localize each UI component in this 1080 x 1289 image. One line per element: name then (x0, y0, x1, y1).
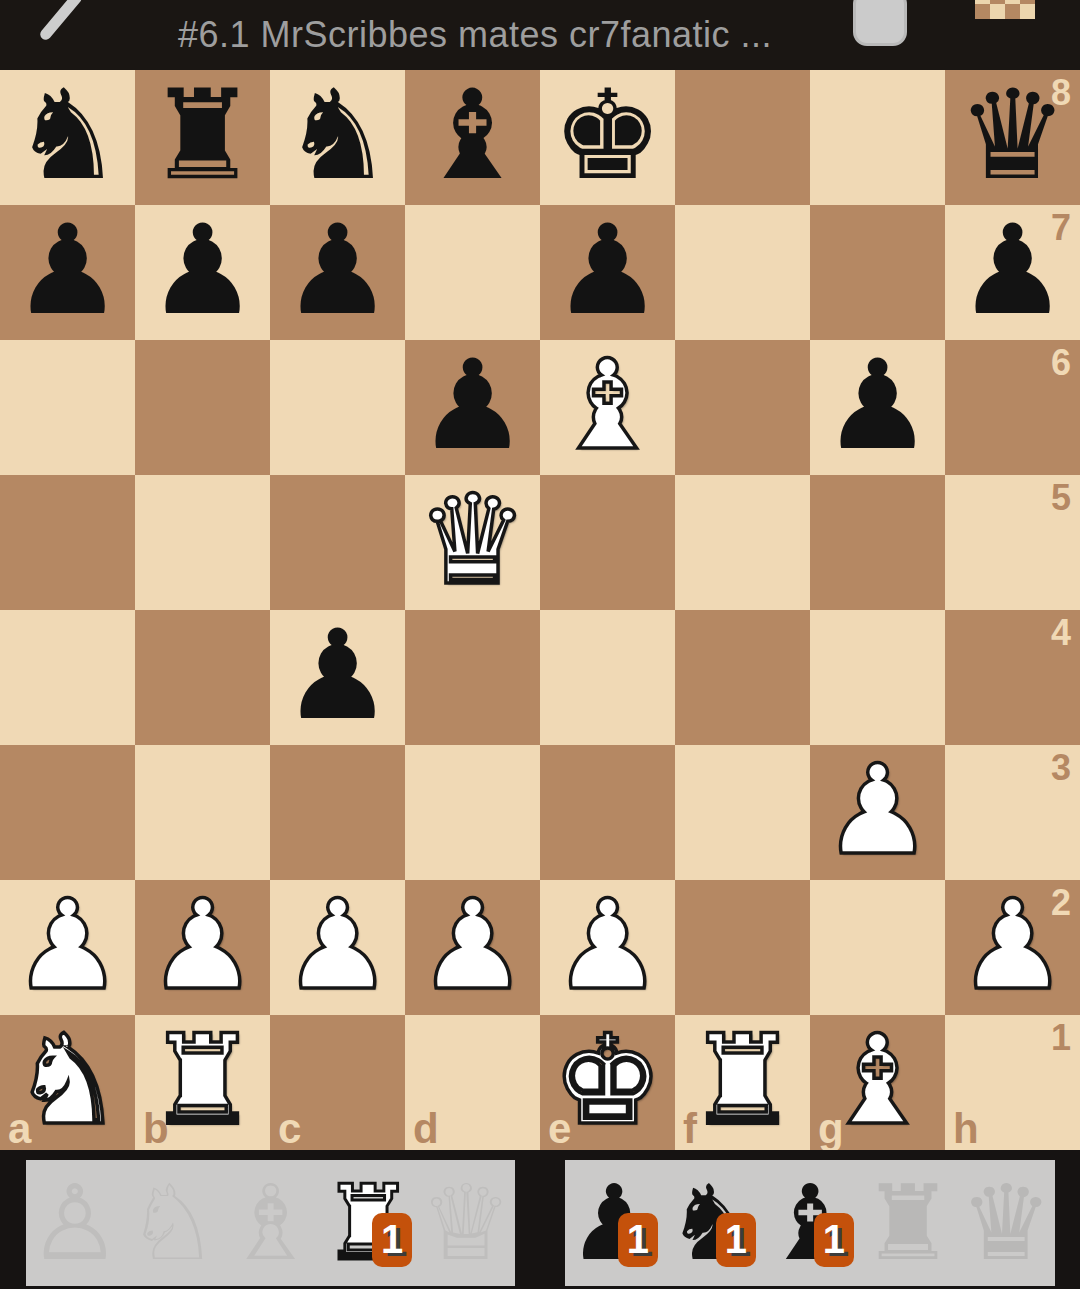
white-pawn-icon: ♙ (28, 1171, 121, 1275)
count-badge: 1 (372, 1213, 412, 1267)
square-a7[interactable]: ♟ (0, 205, 135, 340)
white-tray-knight: ♘ (124, 1160, 222, 1286)
rank-label-6: 6 (1051, 345, 1071, 381)
square-e1[interactable]: ♚e (540, 1015, 675, 1150)
white-tray-pawn: ♙ (26, 1160, 124, 1286)
square-h5[interactable]: 5 (945, 475, 1080, 610)
file-label-g: g (818, 1108, 844, 1150)
square-e3[interactable] (540, 745, 675, 880)
file-label-e: e (548, 1108, 571, 1150)
black-pawn-piece: ♟ (12, 208, 123, 332)
square-d1[interactable]: d (405, 1015, 540, 1150)
file-label-c: c (278, 1108, 301, 1150)
file-label-a: a (8, 1108, 31, 1150)
black-bishop-piece: ♝ (417, 73, 528, 197)
black-pawn-piece: ♟ (417, 343, 528, 467)
square-h8[interactable]: ♛8 (945, 70, 1080, 205)
rank-label-4: 4 (1051, 615, 1071, 651)
square-a4[interactable] (0, 610, 135, 745)
square-c7[interactable]: ♟ (270, 205, 405, 340)
white-bishop-piece: ♝ (552, 343, 663, 467)
white-capture-tray: ♙♘♗♜1♕ (26, 1160, 515, 1286)
white-knight-icon: ♘ (126, 1171, 219, 1275)
captured-pieces-bar: ♙♘♗♜1♕ ♟1♞1♝1♜♛ (0, 1150, 1080, 1289)
app-screen: #6.1 MrScribbes mates cr7fanatic ... ♞♜♞… (0, 0, 1080, 1289)
mini-board-icon[interactable] (975, 0, 1035, 19)
square-a1[interactable]: ♞a (0, 1015, 135, 1150)
square-d5[interactable]: ♛ (405, 475, 540, 610)
square-f4[interactable] (675, 610, 810, 745)
square-b4[interactable] (135, 610, 270, 745)
black-rook-piece: ♜ (147, 73, 258, 197)
file-label-h: h (953, 1108, 979, 1150)
white-bishop-icon: ♗ (224, 1171, 317, 1275)
square-c2[interactable]: ♟ (270, 880, 405, 1015)
square-a6[interactable] (0, 340, 135, 475)
square-h4[interactable]: 4 (945, 610, 1080, 745)
file-label-f: f (683, 1108, 697, 1150)
square-g8[interactable] (810, 70, 945, 205)
square-e4[interactable] (540, 610, 675, 745)
white-rook-piece: ♜ (687, 1018, 798, 1142)
square-e7[interactable]: ♟ (540, 205, 675, 340)
square-b7[interactable]: ♟ (135, 205, 270, 340)
square-f8[interactable] (675, 70, 810, 205)
square-d4[interactable] (405, 610, 540, 745)
square-g6[interactable]: ♟ (810, 340, 945, 475)
square-h3[interactable]: 3 (945, 745, 1080, 880)
square-g1[interactable]: ♝g (810, 1015, 945, 1150)
count-badge: 1 (716, 1213, 756, 1267)
black-king-piece: ♚ (552, 73, 663, 197)
black-pawn-piece: ♟ (282, 208, 393, 332)
rank-label-3: 3 (1051, 750, 1071, 786)
rank-label-1: 1 (1051, 1020, 1071, 1056)
white-queen-icon: ♕ (419, 1171, 512, 1275)
square-b2[interactable]: ♟ (135, 880, 270, 1015)
square-a5[interactable] (0, 475, 135, 610)
square-d8[interactable]: ♝ (405, 70, 540, 205)
square-e2[interactable]: ♟ (540, 880, 675, 1015)
count-badge: 1 (618, 1213, 658, 1267)
file-label-b: b (143, 1108, 169, 1150)
square-f6[interactable] (675, 340, 810, 475)
white-queen-piece: ♛ (417, 478, 528, 602)
black-tray-bishop: ♝1 (761, 1160, 859, 1286)
square-d6[interactable]: ♟ (405, 340, 540, 475)
square-c3[interactable] (270, 745, 405, 880)
header-bar: #6.1 MrScribbes mates cr7fanatic ... (0, 0, 1080, 70)
square-g5[interactable] (810, 475, 945, 610)
black-pawn-piece: ♟ (147, 208, 258, 332)
rank-label-7: 7 (1051, 210, 1071, 246)
rank-label-5: 5 (1051, 480, 1071, 516)
black-knight-piece: ♞ (12, 73, 123, 197)
square-c5[interactable] (270, 475, 405, 610)
square-b5[interactable] (135, 475, 270, 610)
square-c4[interactable]: ♟ (270, 610, 405, 745)
square-g2[interactable] (810, 880, 945, 1015)
rank-label-2: 2 (1051, 885, 1071, 921)
black-tray-knight: ♞1 (663, 1160, 761, 1286)
square-a3[interactable] (0, 745, 135, 880)
square-e5[interactable] (540, 475, 675, 610)
rounded-square-icon[interactable] (853, 0, 907, 46)
square-b6[interactable] (135, 340, 270, 475)
puzzle-title: #6.1 MrScribbes mates cr7fanatic ... (0, 0, 950, 70)
black-pawn-piece: ♟ (552, 208, 663, 332)
white-pawn-piece: ♟ (12, 883, 123, 1007)
square-b1[interactable]: ♜b (135, 1015, 270, 1150)
square-h7[interactable]: ♟7 (945, 205, 1080, 340)
square-g4[interactable] (810, 610, 945, 745)
file-label-d: d (413, 1108, 439, 1150)
white-pawn-piece: ♟ (822, 748, 933, 872)
square-e6[interactable]: ♝ (540, 340, 675, 475)
square-h1[interactable]: 1h (945, 1015, 1080, 1150)
square-a2[interactable]: ♟ (0, 880, 135, 1015)
black-pawn-piece: ♟ (822, 343, 933, 467)
white-pawn-piece: ♟ (417, 883, 528, 1007)
white-tray-bishop: ♗ (222, 1160, 320, 1286)
square-h6[interactable]: 6 (945, 340, 1080, 475)
square-g7[interactable] (810, 205, 945, 340)
square-f5[interactable] (675, 475, 810, 610)
count-badge: 1 (814, 1213, 854, 1267)
square-a8[interactable]: ♞ (0, 70, 135, 205)
square-c1[interactable]: c (270, 1015, 405, 1150)
square-f3[interactable] (675, 745, 810, 880)
rank-label-8: 8 (1051, 75, 1071, 111)
black-tray-queen: ♛ (957, 1160, 1055, 1286)
white-tray-rook: ♜1 (319, 1160, 417, 1286)
square-h2[interactable]: ♟2 (945, 880, 1080, 1015)
square-d3[interactable] (405, 745, 540, 880)
black-knight-piece: ♞ (282, 73, 393, 197)
square-d7[interactable] (405, 205, 540, 340)
black-tray-rook: ♜ (859, 1160, 957, 1286)
square-e8[interactable]: ♚ (540, 70, 675, 205)
square-b8[interactable]: ♜ (135, 70, 270, 205)
square-f7[interactable] (675, 205, 810, 340)
white-pawn-piece: ♟ (552, 883, 663, 1007)
chess-board: ♞♜♞♝♚♛8♟♟♟♟♟7♟♝♟6♛5♟4♟3♟♟♟♟♟♟2♞a♜bcd♚e♜f… (0, 70, 1080, 1150)
square-c8[interactable]: ♞ (270, 70, 405, 205)
white-pawn-piece: ♟ (147, 883, 258, 1007)
white-tray-queen: ♕ (417, 1160, 515, 1286)
square-c6[interactable] (270, 340, 405, 475)
square-f2[interactable] (675, 880, 810, 1015)
black-tray-pawn: ♟1 (565, 1160, 663, 1286)
square-b3[interactable] (135, 745, 270, 880)
black-queen-icon: ♛ (959, 1171, 1052, 1275)
black-capture-tray: ♟1♞1♝1♜♛ (565, 1160, 1055, 1286)
square-d2[interactable]: ♟ (405, 880, 540, 1015)
square-f1[interactable]: ♜f (675, 1015, 810, 1150)
white-pawn-piece: ♟ (282, 883, 393, 1007)
black-pawn-piece: ♟ (282, 613, 393, 737)
black-rook-icon: ♜ (861, 1171, 954, 1275)
square-g3[interactable]: ♟ (810, 745, 945, 880)
